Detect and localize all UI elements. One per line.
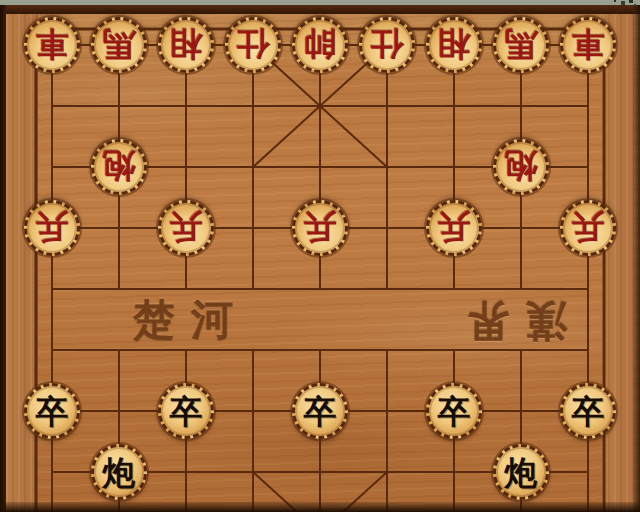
piece-glyph: 帥 [304, 29, 337, 62]
piece-glyph: 仕 [237, 29, 270, 62]
piece-red-soldier[interactable]: 兵 [292, 200, 348, 256]
river-text-chu-he: 楚河 [133, 299, 249, 341]
piece-glyph: 炮 [505, 456, 538, 489]
piece-glyph: 相 [170, 29, 203, 62]
piece-glyph: 卒 [170, 395, 203, 428]
piece-red-elephant[interactable]: 相 [426, 17, 482, 73]
piece-glyph: 仕 [371, 29, 404, 62]
piece-red-soldier[interactable]: 兵 [560, 200, 616, 256]
piece-red-soldier[interactable]: 兵 [426, 200, 482, 256]
piece-red-general[interactable]: 帥 [292, 17, 348, 73]
piece-glyph: 兵 [438, 212, 471, 245]
board-frame-bottom [0, 502, 640, 512]
xiangqi-board[interactable]: 楚河 漢界 車馬相仕帥仕相馬車炮炮兵兵兵兵兵卒卒卒卒卒炮炮 [0, 0, 640, 512]
xiangqi-game-screen: 楚河 漢界 車馬相仕帥仕相馬車炮炮兵兵兵兵兵卒卒卒卒卒炮炮 [0, 0, 640, 512]
piece-red-horse[interactable]: 馬 [493, 17, 549, 73]
piece-glyph: 卒 [36, 395, 69, 428]
piece-red-soldier[interactable]: 兵 [158, 200, 214, 256]
board-frame-top [0, 5, 640, 14]
piece-red-cannon[interactable]: 炮 [91, 139, 147, 195]
river-text-han-jie: 漢界 [451, 300, 567, 342]
piece-glyph: 卒 [572, 395, 605, 428]
piece-black-soldier[interactable]: 卒 [24, 383, 80, 439]
piece-red-cannon[interactable]: 炮 [493, 139, 549, 195]
board-frame-left [0, 5, 6, 512]
piece-glyph: 相 [438, 29, 471, 62]
board-frame-right [633, 5, 640, 512]
piece-black-soldier[interactable]: 卒 [560, 383, 616, 439]
piece-red-soldier[interactable]: 兵 [24, 200, 80, 256]
piece-red-horse[interactable]: 馬 [91, 17, 147, 73]
piece-black-soldier[interactable]: 卒 [426, 383, 482, 439]
piece-glyph: 卒 [438, 395, 471, 428]
piece-glyph: 兵 [36, 212, 69, 245]
piece-glyph: 車 [36, 29, 69, 62]
piece-red-chariot[interactable]: 車 [560, 17, 616, 73]
piece-glyph: 炮 [103, 151, 136, 184]
piece-red-elephant[interactable]: 相 [158, 17, 214, 73]
piece-black-cannon[interactable]: 炮 [91, 444, 147, 500]
piece-red-advisor[interactable]: 仕 [359, 17, 415, 73]
piece-glyph: 車 [572, 29, 605, 62]
screen-artifact [614, 0, 616, 2]
piece-glyph: 兵 [304, 212, 337, 245]
piece-black-soldier[interactable]: 卒 [158, 383, 214, 439]
piece-black-cannon[interactable]: 炮 [493, 444, 549, 500]
piece-glyph: 炮 [505, 151, 538, 184]
piece-red-advisor[interactable]: 仕 [225, 17, 281, 73]
piece-glyph: 卒 [304, 395, 337, 428]
piece-glyph: 馬 [505, 29, 538, 62]
piece-glyph: 炮 [103, 456, 136, 489]
piece-glyph: 兵 [572, 212, 605, 245]
piece-glyph: 馬 [103, 29, 136, 62]
piece-black-soldier[interactable]: 卒 [292, 383, 348, 439]
piece-glyph: 兵 [170, 212, 203, 245]
piece-red-chariot[interactable]: 車 [24, 17, 80, 73]
